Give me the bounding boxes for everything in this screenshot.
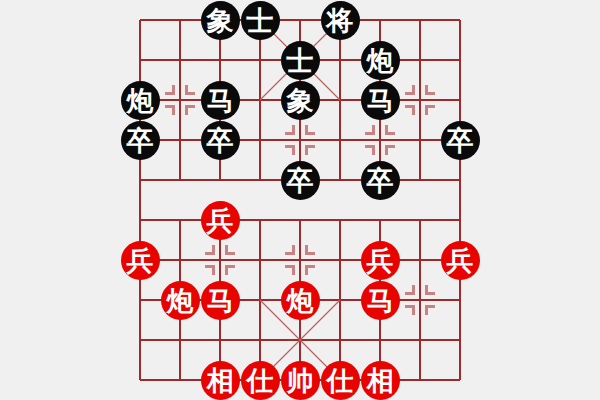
point-marker-corner [185, 85, 195, 95]
piece-black-horse[interactable]: 马 [201, 81, 240, 120]
point-marker-corner [425, 305, 435, 315]
point-marker [205, 245, 235, 275]
point-marker-corner [385, 145, 395, 155]
piece-black-cannon[interactable]: 炮 [361, 41, 400, 80]
point-marker-corner [305, 265, 315, 275]
point-marker-corner [225, 245, 235, 255]
piece-black-cannon[interactable]: 炮 [121, 81, 160, 120]
piece-red-general[interactable]: 帅 [281, 361, 320, 400]
point-marker [285, 125, 315, 155]
point-marker-corner [425, 85, 435, 95]
piece-black-horse[interactable]: 马 [361, 81, 400, 120]
piece-red-horse[interactable]: 马 [201, 281, 240, 320]
piece-red-pawn[interactable]: 兵 [121, 241, 160, 280]
point-marker [365, 125, 395, 155]
piece-black-elephant[interactable]: 象 [281, 81, 320, 120]
piece-black-pawn[interactable]: 卒 [361, 161, 400, 200]
piece-red-advisor[interactable]: 仕 [321, 361, 360, 400]
point-marker-corner [405, 305, 415, 315]
piece-red-elephant[interactable]: 相 [361, 361, 400, 400]
point-marker-corner [185, 105, 195, 115]
piece-black-pawn[interactable]: 卒 [441, 121, 480, 160]
point-marker-corner [285, 145, 295, 155]
pieces-layer[interactable]: 象士将士炮炮马象马卒卒卒卒卒兵兵兵兵炮马炮马相仕帅仕相 [120, 0, 480, 400]
piece-red-pawn[interactable]: 兵 [441, 241, 480, 280]
piece-black-pawn[interactable]: 卒 [121, 121, 160, 160]
piece-black-pawn[interactable]: 卒 [281, 161, 320, 200]
point-marker-corner [285, 245, 295, 255]
point-marker-corner [405, 85, 415, 95]
point-marker [165, 85, 195, 115]
point-marker-corner [425, 105, 435, 115]
point-marker-corner [285, 125, 295, 135]
point-marker-corner [165, 85, 175, 95]
point-marker-corner [305, 125, 315, 135]
piece-red-pawn[interactable]: 兵 [361, 241, 400, 280]
point-marker [405, 85, 435, 115]
point-marker-corner [405, 285, 415, 295]
point-marker-corner [205, 265, 215, 275]
piece-black-general[interactable]: 将 [321, 1, 360, 40]
piece-red-advisor[interactable]: 仕 [241, 361, 280, 400]
point-marker-corner [385, 125, 395, 135]
point-marker [405, 285, 435, 315]
piece-black-advisor[interactable]: 士 [241, 1, 280, 40]
point-marker-corner [225, 265, 235, 275]
piece-red-cannon[interactable]: 炮 [281, 281, 320, 320]
piece-black-elephant[interactable]: 象 [201, 1, 240, 40]
point-marker-corner [365, 125, 375, 135]
piece-red-horse[interactable]: 马 [361, 281, 400, 320]
point-marker [285, 245, 315, 275]
point-marker-corner [425, 285, 435, 295]
xiangqi-app: 象士将士炮炮马象马卒卒卒卒卒兵兵兵兵炮马炮马相仕帅仕相 [0, 0, 600, 400]
piece-black-advisor[interactable]: 士 [281, 41, 320, 80]
point-marker-corner [285, 265, 295, 275]
point-marker-corner [305, 145, 315, 155]
point-marker-corner [365, 145, 375, 155]
point-marker-corner [305, 245, 315, 255]
piece-red-pawn[interactable]: 兵 [201, 201, 240, 240]
xiangqi-board[interactable]: 象士将士炮炮马象马卒卒卒卒卒兵兵兵兵炮马炮马相仕帅仕相 [0, 0, 600, 400]
point-marker-corner [205, 245, 215, 255]
piece-red-cannon[interactable]: 炮 [161, 281, 200, 320]
point-marker-corner [165, 105, 175, 115]
point-marker-corner [405, 105, 415, 115]
piece-red-elephant[interactable]: 相 [201, 361, 240, 400]
piece-black-pawn[interactable]: 卒 [201, 121, 240, 160]
